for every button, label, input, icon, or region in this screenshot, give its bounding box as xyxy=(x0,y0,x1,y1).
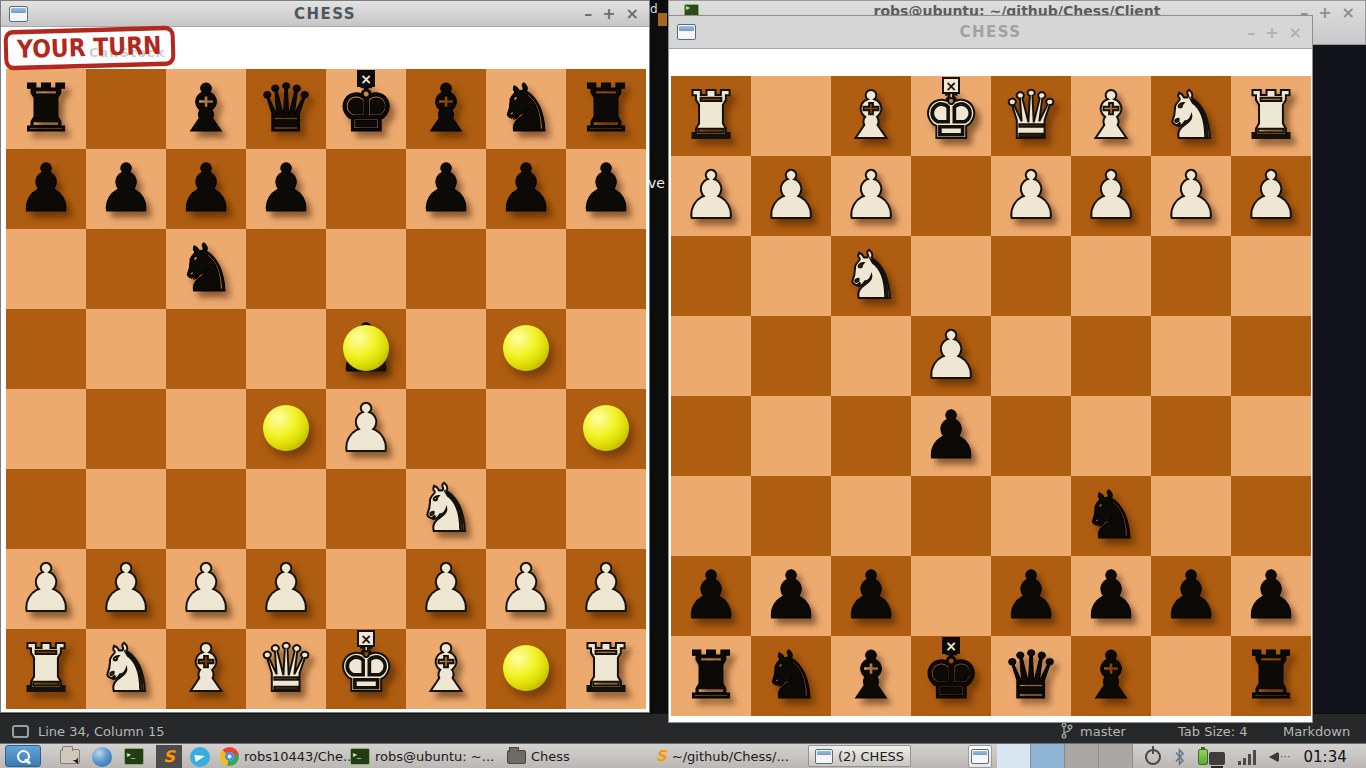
square-d8[interactable]: ♛ xyxy=(991,636,1071,716)
square-e6[interactable] xyxy=(326,229,406,309)
square-h5[interactable] xyxy=(566,309,646,389)
piece-white-n-b1[interactable]: ♞ xyxy=(1151,76,1231,156)
power-icon[interactable] xyxy=(1145,749,1161,765)
folder-cursor-icon xyxy=(60,749,80,764)
square-b8[interactable] xyxy=(86,69,166,149)
square-h1[interactable]: ♜ xyxy=(671,76,751,156)
square-f5[interactable] xyxy=(831,396,911,476)
square-f8[interactable]: ♝ xyxy=(406,69,486,149)
square-e8[interactable]: ♚× xyxy=(911,636,991,716)
taskbar-button-label: Chess xyxy=(531,749,570,764)
square-g3[interactable] xyxy=(751,236,831,316)
piece-black-p-a7[interactable]: ♟ xyxy=(1231,556,1311,636)
square-h7[interactable]: ♟ xyxy=(671,556,751,636)
square-h5[interactable] xyxy=(671,396,751,476)
square-d4[interactable] xyxy=(246,389,326,469)
bluetooth-icon[interactable] xyxy=(1174,748,1185,766)
square-c6[interactable]: ♞ xyxy=(166,229,246,309)
terminal-icon xyxy=(350,748,370,765)
piece-white-p-a2[interactable]: ♟ xyxy=(1231,156,1311,236)
square-f2[interactable]: ♟ xyxy=(831,156,911,236)
cursor-position: Line 34, Column 15 xyxy=(38,724,165,739)
piece-black-p-d7[interactable]: ♟ xyxy=(246,149,326,229)
piece-black-p-g7[interactable]: ♟ xyxy=(486,149,566,229)
square-f1[interactable]: ♝ xyxy=(831,76,911,156)
square-a3[interactable] xyxy=(6,469,86,549)
piece-white-r-a1[interactable]: ♜ xyxy=(6,629,86,709)
battery-icon[interactable] xyxy=(1198,749,1208,765)
workspace-switcher[interactable] xyxy=(997,744,1133,768)
square-e3[interactable] xyxy=(911,236,991,316)
piece-white-p-c2[interactable]: ♟ xyxy=(166,549,246,629)
tab-size-label[interactable]: Tab Size: 4 xyxy=(1178,724,1248,739)
piece-white-p-e4[interactable]: ♟ xyxy=(326,389,406,469)
square-a4[interactable] xyxy=(1231,316,1311,396)
square-g2[interactable]: ♟ xyxy=(486,549,566,629)
taskbar-button-files[interactable]: Chess xyxy=(507,744,570,768)
square-a8[interactable]: ♜ xyxy=(6,69,86,149)
piece-white-r-h1[interactable]: ♜ xyxy=(671,76,751,156)
piece-black-p-c7[interactable]: ♟ xyxy=(1071,556,1151,636)
chess-window-player: CHESS – + × CanStock YOUR TURN ♜♝♛♚×♝♞♜♟… xyxy=(0,0,650,713)
square-b5[interactable] xyxy=(86,309,166,389)
piece-black-p-b7[interactable]: ♟ xyxy=(1151,556,1231,636)
piece-white-p-b2[interactable]: ♟ xyxy=(1151,156,1231,236)
square-h4[interactable] xyxy=(566,389,646,469)
square-b5[interactable] xyxy=(1151,396,1231,476)
square-d5[interactable] xyxy=(246,309,326,389)
square-g2[interactable]: ♟ xyxy=(751,156,831,236)
git-branch-icon xyxy=(1060,722,1074,739)
square-g5[interactable] xyxy=(486,309,566,389)
titlebar[interactable]: CHESS – + × xyxy=(1,1,649,27)
square-c7[interactable]: ♟ xyxy=(166,149,246,229)
window-icon xyxy=(971,749,989,764)
square-e2[interactable] xyxy=(326,549,406,629)
desktop-text-fragment: d xyxy=(650,2,658,16)
launcher-file-manager[interactable] xyxy=(60,744,80,768)
piece-white-p-f2[interactable]: ♟ xyxy=(406,549,486,629)
square-b4[interactable] xyxy=(86,389,166,469)
move-highlight-e5[interactable] xyxy=(343,325,389,371)
square-b4[interactable] xyxy=(1151,316,1231,396)
workspace-4[interactable] xyxy=(1099,744,1133,768)
square-b7[interactable]: ♟ xyxy=(86,149,166,229)
piece-black-r-h8[interactable]: ♜ xyxy=(566,69,646,149)
square-b6[interactable] xyxy=(1151,476,1231,556)
square-g4[interactable] xyxy=(751,316,831,396)
piece-white-q-d1[interactable]: ♛ xyxy=(991,76,1071,156)
window-title: CHESS xyxy=(669,23,1312,41)
move-highlight-g1[interactable] xyxy=(503,645,549,691)
square-h6[interactable] xyxy=(671,476,751,556)
titlebar[interactable]: CHESS – + × xyxy=(669,16,1312,49)
piece-white-r-h1[interactable]: ♜ xyxy=(566,629,646,709)
square-a7[interactable]: ♟ xyxy=(1231,556,1311,636)
square-h6[interactable] xyxy=(566,229,646,309)
square-d6[interactable] xyxy=(246,229,326,309)
taskbar-button-terminal[interactable]: robs@ubuntu: ~... xyxy=(350,744,494,768)
taskbar-button-label: ~/github/Chess/... xyxy=(672,749,789,764)
launcher-telegram[interactable] xyxy=(190,744,210,768)
square-f3[interactable]: ♞ xyxy=(831,236,911,316)
desktop-fragment xyxy=(658,13,667,26)
square-g5[interactable] xyxy=(751,396,831,476)
square-e2[interactable] xyxy=(911,156,991,236)
square-d8[interactable]: ♛ xyxy=(246,69,326,149)
window-icon xyxy=(815,749,833,764)
square-f6[interactable] xyxy=(831,476,911,556)
piece-black-p-h7[interactable]: ♟ xyxy=(566,149,646,229)
square-b7[interactable]: ♟ xyxy=(1151,556,1231,636)
chess-board: ♜♝♛♚×♝♞♜♟♟♟♟♟♟♟♞♟♟♞♟♟♟♟♟♟♟♜♞♝♛♚×♝♜ xyxy=(6,69,646,709)
square-b1[interactable]: ♞ xyxy=(86,629,166,709)
taskbar-button-chrome[interactable]: robs10443/Che... xyxy=(220,744,355,768)
close-icon[interactable]: × xyxy=(1289,23,1302,42)
square-c4[interactable] xyxy=(166,389,246,469)
desktop-text-fragment: ve xyxy=(648,175,665,191)
minimize-button[interactable]: – xyxy=(1247,23,1255,42)
signal-strength-icon[interactable] xyxy=(1238,749,1256,765)
volume-icon[interactable]: ··· xyxy=(1269,750,1291,763)
piece-black-n-c6[interactable]: ♞ xyxy=(1071,476,1151,556)
chess-app-icon xyxy=(677,24,696,40)
square-e3[interactable] xyxy=(326,469,406,549)
king-x-marker: × xyxy=(942,637,960,654)
square-g6[interactable] xyxy=(751,476,831,556)
square-e4[interactable]: ♟ xyxy=(326,389,406,469)
square-e7[interactable] xyxy=(911,556,991,636)
chrome-icon xyxy=(220,747,239,766)
square-c5[interactable] xyxy=(1071,396,1151,476)
syntax-label[interactable]: Markdown xyxy=(1283,724,1350,739)
square-c8[interactable]: ♝ xyxy=(166,69,246,149)
show-desktop-button[interactable] xyxy=(968,745,992,768)
piece-black-b-f8[interactable]: ♝ xyxy=(831,636,911,716)
square-h8[interactable]: ♜ xyxy=(566,69,646,149)
folder-icon xyxy=(507,750,526,764)
piece-white-p-g2[interactable]: ♟ xyxy=(751,156,831,236)
chess-window-opponent: CHESS – + × ♜♝♚×♛♝♞♜♟♟♟♟♟♟♟♞♟♟♞♟♟♟♟♟♟♟♜♞… xyxy=(668,15,1313,723)
square-e1[interactable]: ♚× xyxy=(911,76,991,156)
piece-white-b-f1[interactable]: ♝ xyxy=(406,629,486,709)
piece-white-p-h2[interactable]: ♟ xyxy=(566,549,646,629)
square-d2[interactable]: ♟ xyxy=(246,549,326,629)
square-a4[interactable] xyxy=(6,389,86,469)
square-e5[interactable]: ♟ xyxy=(326,309,406,389)
square-a2[interactable]: ♟ xyxy=(1231,156,1311,236)
square-a1[interactable]: ♜ xyxy=(1231,76,1311,156)
piece-white-p-b2[interactable]: ♟ xyxy=(86,549,166,629)
piece-white-q-d1[interactable]: ♛ xyxy=(246,629,326,709)
piece-black-n-c6[interactable]: ♞ xyxy=(166,229,246,309)
piece-black-n-g8[interactable]: ♞ xyxy=(486,69,566,149)
piece-black-q-d8[interactable]: ♛ xyxy=(246,69,326,149)
square-h3[interactable] xyxy=(671,236,751,316)
piece-black-r-h8[interactable]: ♜ xyxy=(671,636,751,716)
square-c3[interactable] xyxy=(1071,236,1151,316)
move-highlight-g5[interactable] xyxy=(503,325,549,371)
king-x-marker: × xyxy=(357,630,375,647)
workspace-2[interactable] xyxy=(1031,744,1065,768)
taskbar-button-label: (2) CHESS xyxy=(838,749,904,764)
piece-black-p-g7[interactable]: ♟ xyxy=(751,556,831,636)
move-highlight-d4[interactable] xyxy=(263,405,309,451)
piece-white-n-b1[interactable]: ♞ xyxy=(86,629,166,709)
taskbar-button-chess-active[interactable]: (2) CHESS xyxy=(808,745,911,767)
square-c1[interactable]: ♝ xyxy=(166,629,246,709)
square-h3[interactable] xyxy=(566,469,646,549)
king-x-marker: × xyxy=(357,70,375,87)
square-c8[interactable]: ♝ xyxy=(1071,636,1151,716)
taskbar-button-label: robs@ubuntu: ~... xyxy=(375,749,494,764)
piece-white-b-f1[interactable]: ♝ xyxy=(831,76,911,156)
square-a3[interactable] xyxy=(1231,236,1311,316)
launcher-terminal[interactable] xyxy=(124,744,144,768)
square-b2[interactable]: ♟ xyxy=(1151,156,1231,236)
piece-black-b-f8[interactable]: ♝ xyxy=(406,69,486,149)
piece-white-r-a1[interactable]: ♜ xyxy=(1231,76,1311,156)
desktop: robs@ubuntu: ~/github/Chess/Client – + ×… xyxy=(0,0,1366,768)
square-a8[interactable]: ♜ xyxy=(1231,636,1311,716)
terminal-icon xyxy=(124,748,144,765)
square-d7[interactable]: ♟ xyxy=(246,149,326,229)
square-h2[interactable]: ♟ xyxy=(566,549,646,629)
square-h4[interactable] xyxy=(671,316,751,396)
square-a5[interactable] xyxy=(6,309,86,389)
piece-white-p-e4[interactable]: ♟ xyxy=(911,316,991,396)
square-h1[interactable]: ♜ xyxy=(566,629,646,709)
square-a6[interactable] xyxy=(6,229,86,309)
piece-black-p-b7[interactable]: ♟ xyxy=(86,149,166,229)
move-highlight-h4[interactable] xyxy=(583,405,629,451)
applications-menu-button[interactable] xyxy=(5,745,41,767)
square-f4[interactable] xyxy=(406,389,486,469)
workspace-3[interactable] xyxy=(1065,744,1099,768)
taskbar-button-sublime[interactable]: S ~/github/Chess/... xyxy=(656,744,789,768)
chess-app-icon xyxy=(9,6,28,22)
piece-white-b-c1[interactable]: ♝ xyxy=(1071,76,1151,156)
piece-white-b-c1[interactable]: ♝ xyxy=(166,629,246,709)
maximize-button[interactable]: + xyxy=(1318,3,1331,22)
piece-black-p-c7[interactable]: ♟ xyxy=(166,149,246,229)
square-f7[interactable]: ♟ xyxy=(831,556,911,636)
piece-black-b-c8[interactable]: ♝ xyxy=(166,69,246,149)
square-d3[interactable] xyxy=(991,236,1071,316)
square-f8[interactable]: ♝ xyxy=(831,636,911,716)
your-turn-stamp: YOUR TURN xyxy=(3,25,175,70)
piece-black-p-e5[interactable]: ♟ xyxy=(911,396,991,476)
square-g8[interactable]: ♞ xyxy=(486,69,566,149)
square-g3[interactable] xyxy=(486,469,566,549)
square-f2[interactable]: ♟ xyxy=(406,549,486,629)
square-f7[interactable]: ♟ xyxy=(406,149,486,229)
chess-board-flipped: ♜♝♚×♛♝♞♜♟♟♟♟♟♟♟♞♟♟♞♟♟♟♟♟♟♟♜♞♝♚×♛♝♜ xyxy=(671,76,1311,716)
piece-white-p-d2[interactable]: ♟ xyxy=(246,549,326,629)
network-icon[interactable] xyxy=(1209,752,1225,765)
piece-white-p-h2[interactable]: ♟ xyxy=(671,156,751,236)
piece-white-p-f2[interactable]: ♟ xyxy=(831,156,911,236)
launcher-sublime[interactable]: S xyxy=(156,745,182,768)
square-c5[interactable] xyxy=(166,309,246,389)
square-g7[interactable]: ♟ xyxy=(486,149,566,229)
piece-white-n-f3[interactable]: ♞ xyxy=(406,469,486,549)
square-a5[interactable] xyxy=(1231,396,1311,476)
square-h2[interactable]: ♟ xyxy=(671,156,751,236)
square-b3[interactable] xyxy=(1151,236,1231,316)
piece-black-r-a8[interactable]: ♜ xyxy=(1231,636,1311,716)
square-b8[interactable] xyxy=(1151,636,1231,716)
square-f6[interactable] xyxy=(406,229,486,309)
piece-white-n-f3[interactable]: ♞ xyxy=(831,236,911,316)
close-icon[interactable]: × xyxy=(626,4,639,23)
square-e7[interactable] xyxy=(326,149,406,229)
square-g1[interactable] xyxy=(751,76,831,156)
square-c4[interactable] xyxy=(1071,316,1151,396)
clock: 01:34 xyxy=(1304,748,1347,766)
square-e8[interactable]: ♚× xyxy=(326,69,406,149)
piece-black-p-h7[interactable]: ♟ xyxy=(671,556,751,636)
square-d2[interactable]: ♟ xyxy=(991,156,1071,236)
square-a1[interactable]: ♜ xyxy=(6,629,86,709)
square-a2[interactable]: ♟ xyxy=(6,549,86,629)
square-c2[interactable]: ♟ xyxy=(166,549,246,629)
window-title: CHESS xyxy=(1,5,649,23)
launcher-browser[interactable] xyxy=(92,744,112,768)
maximize-button[interactable]: + xyxy=(1265,23,1278,42)
piece-black-p-d7[interactable]: ♟ xyxy=(991,556,1071,636)
piece-black-n-g8[interactable]: ♞ xyxy=(751,636,831,716)
square-h8[interactable]: ♜ xyxy=(671,636,751,716)
square-g6[interactable] xyxy=(486,229,566,309)
piece-white-p-g2[interactable]: ♟ xyxy=(486,549,566,629)
square-h7[interactable]: ♟ xyxy=(566,149,646,229)
square-b2[interactable]: ♟ xyxy=(86,549,166,629)
telegram-icon xyxy=(190,747,210,767)
piece-white-p-a2[interactable]: ♟ xyxy=(6,549,86,629)
piece-white-p-c2[interactable]: ♟ xyxy=(1071,156,1151,236)
square-e4[interactable]: ♟ xyxy=(911,316,991,396)
panel-icon[interactable] xyxy=(12,725,29,738)
piece-black-r-a8[interactable]: ♜ xyxy=(6,69,86,149)
square-c6[interactable]: ♞ xyxy=(1071,476,1151,556)
square-d4[interactable] xyxy=(991,316,1071,396)
square-g1[interactable] xyxy=(486,629,566,709)
square-d5[interactable] xyxy=(991,396,1071,476)
piece-black-p-f7[interactable]: ♟ xyxy=(406,149,486,229)
square-e5[interactable]: ♟ xyxy=(911,396,991,476)
square-d1[interactable]: ♛ xyxy=(246,629,326,709)
square-g7[interactable]: ♟ xyxy=(751,556,831,636)
minimize-button[interactable]: – xyxy=(584,4,592,23)
square-c2[interactable]: ♟ xyxy=(1071,156,1151,236)
taskbar: S robs10443/Che... robs@ubuntu: ~... Che… xyxy=(0,743,1366,768)
square-a6[interactable] xyxy=(1231,476,1311,556)
square-b6[interactable] xyxy=(86,229,166,309)
workspace-1[interactable] xyxy=(997,744,1031,768)
git-branch-label[interactable]: master xyxy=(1080,724,1126,739)
square-f1[interactable]: ♝ xyxy=(406,629,486,709)
square-f4[interactable] xyxy=(831,316,911,396)
globe-icon xyxy=(92,747,112,767)
square-d6[interactable] xyxy=(991,476,1071,556)
square-f3[interactable]: ♞ xyxy=(406,469,486,549)
square-d7[interactable]: ♟ xyxy=(991,556,1071,636)
close-icon[interactable]: × xyxy=(1342,3,1355,22)
square-d3[interactable] xyxy=(246,469,326,549)
square-b3[interactable] xyxy=(86,469,166,549)
square-g4[interactable] xyxy=(486,389,566,469)
sublime-icon: S xyxy=(163,749,175,765)
square-c3[interactable] xyxy=(166,469,246,549)
square-f5[interactable] xyxy=(406,309,486,389)
square-e1[interactable]: ♚× xyxy=(326,629,406,709)
piece-black-q-d8[interactable]: ♛ xyxy=(991,636,1071,716)
square-b1[interactable]: ♞ xyxy=(1151,76,1231,156)
piece-black-b-c8[interactable]: ♝ xyxy=(1071,636,1151,716)
square-g8[interactable]: ♞ xyxy=(751,636,831,716)
king-x-marker: × xyxy=(942,77,960,94)
square-c7[interactable]: ♟ xyxy=(1071,556,1151,636)
piece-black-p-a7[interactable]: ♟ xyxy=(6,149,86,229)
xubuntu-logo-icon xyxy=(17,750,30,763)
maximize-button[interactable]: + xyxy=(602,4,615,23)
square-c1[interactable]: ♝ xyxy=(1071,76,1151,156)
square-e6[interactable] xyxy=(911,476,991,556)
square-d1[interactable]: ♛ xyxy=(991,76,1071,156)
taskbar-button-label: robs10443/Che... xyxy=(244,749,355,764)
sublime-icon: S xyxy=(656,749,667,764)
square-a7[interactable]: ♟ xyxy=(6,149,86,229)
piece-black-p-f7[interactable]: ♟ xyxy=(831,556,911,636)
piece-white-p-d2[interactable]: ♟ xyxy=(991,156,1071,236)
